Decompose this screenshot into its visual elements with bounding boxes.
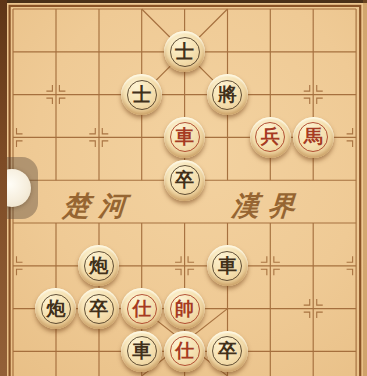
xiangqi-board[interactable]: 楚河 漢界 士士將車兵馬卒炮車炮卒仕帥車仕卒 — [0, 0, 367, 376]
river-label-left: 楚河 — [62, 188, 137, 224]
piece-red-horse-h7[interactable]: 馬 — [293, 117, 334, 158]
screen-top-edge — [0, 0, 367, 3]
piece-glyph: 炮 — [46, 299, 65, 318]
river-label-right: 漢界 — [231, 188, 306, 224]
piece-glyph: 將 — [218, 85, 237, 104]
piece-glyph: 卒 — [218, 341, 237, 360]
piece-black-soldier-f2[interactable]: 卒 — [207, 331, 248, 372]
piece-glyph: 兵 — [261, 127, 280, 146]
piece-glyph: 馬 — [304, 127, 323, 146]
piece-glyph: 卒 — [89, 299, 108, 318]
screen-left-edge — [0, 0, 7, 376]
piece-glyph: 車 — [175, 127, 194, 146]
piece-black-general-f8[interactable]: 將 — [207, 74, 248, 115]
piece-red-general-e3[interactable]: 帥 — [164, 288, 205, 329]
piece-red-chariot-e7[interactable]: 車 — [164, 117, 205, 158]
piece-glyph: 士 — [175, 42, 194, 61]
piece-glyph: 車 — [218, 256, 237, 275]
piece-red-soldier-g7[interactable]: 兵 — [250, 117, 291, 158]
screen-right-edge — [363, 0, 367, 376]
piece-glyph: 帥 — [175, 299, 194, 318]
piece-glyph: 炮 — [89, 256, 108, 275]
piece-black-chariot-d2[interactable]: 車 — [121, 331, 162, 372]
piece-black-advisor-d8[interactable]: 士 — [121, 74, 162, 115]
piece-black-chariot-f4[interactable]: 車 — [207, 245, 248, 286]
piece-red-advisor-e2[interactable]: 仕 — [164, 331, 205, 372]
piece-glyph: 仕 — [175, 341, 194, 360]
piece-black-soldier-e6[interactable]: 卒 — [164, 160, 205, 201]
piece-glyph: 車 — [132, 341, 151, 360]
piece-glyph: 卒 — [175, 170, 194, 189]
piece-red-advisor-d3[interactable]: 仕 — [121, 288, 162, 329]
piece-glyph: 士 — [132, 85, 151, 104]
piece-glyph: 仕 — [132, 299, 151, 318]
